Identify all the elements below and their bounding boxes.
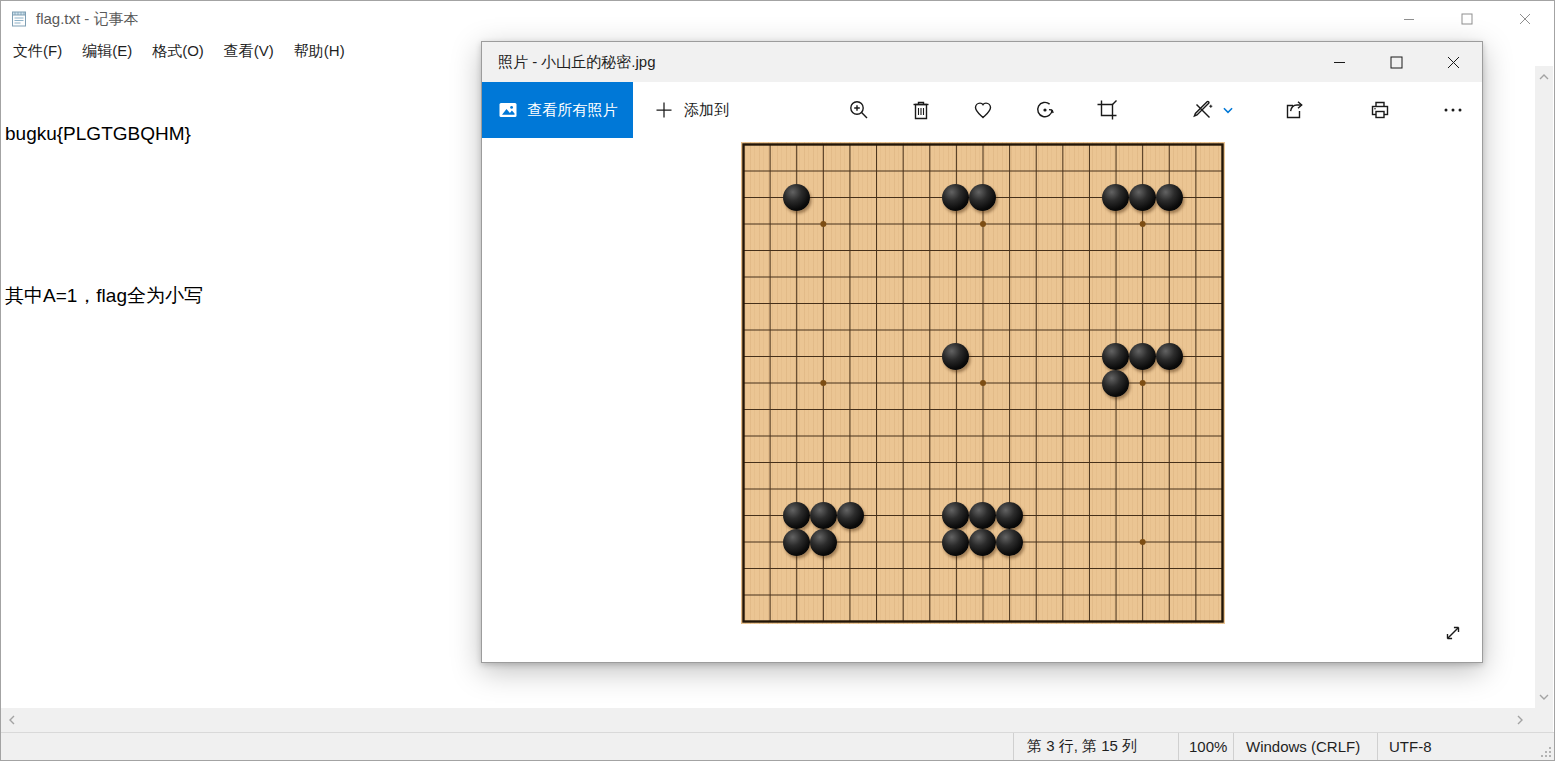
chevron-down-icon	[1221, 103, 1235, 117]
menu-item-3[interactable]: 查看(V)	[214, 37, 284, 66]
photos-window-title: 照片 - 小山丘的秘密.jpg	[482, 53, 656, 72]
plus-icon	[654, 100, 674, 120]
notepad-maximize-button[interactable]	[1438, 1, 1496, 37]
edit-icon	[1190, 98, 1214, 122]
add-to-button[interactable]: 添加到	[642, 82, 741, 138]
black-stone	[783, 529, 810, 556]
photo-viewer-canvas	[482, 138, 1482, 662]
black-stone	[1102, 370, 1129, 397]
photos-minimize-button[interactable]	[1311, 42, 1368, 82]
black-stone	[783, 184, 810, 211]
scrollbar-corner	[1535, 708, 1553, 732]
black-stone	[1156, 184, 1183, 211]
status-zoom-level: 100%	[1178, 733, 1233, 760]
more-button[interactable]	[1433, 82, 1473, 138]
status-encoding: UTF-8	[1377, 733, 1554, 760]
notepad-close-button[interactable]	[1496, 1, 1554, 37]
favorite-button[interactable]	[963, 82, 1003, 138]
edit-create-button[interactable]	[1174, 82, 1250, 138]
print-button[interactable]	[1360, 82, 1400, 138]
black-stone	[1129, 343, 1156, 370]
black-stone	[942, 529, 969, 556]
notepad-window-title: flag.txt - 记事本	[36, 10, 139, 29]
black-stone	[969, 529, 996, 556]
share-button[interactable]	[1274, 82, 1314, 138]
expand-fullscreen-button[interactable]	[1435, 615, 1471, 651]
resize-grip[interactable]	[1537, 743, 1551, 757]
menu-item-1[interactable]: 编辑(E)	[72, 37, 142, 66]
photos-app-icon	[498, 100, 518, 120]
menu-item-2[interactable]: 格式(O)	[142, 37, 214, 66]
rotate-button[interactable]	[1025, 82, 1065, 138]
scroll-left-icon[interactable]	[5, 708, 19, 732]
black-stone	[969, 502, 996, 529]
delete-button[interactable]	[901, 82, 941, 138]
black-stone	[810, 502, 837, 529]
black-stone	[1102, 184, 1129, 211]
go-board	[741, 142, 1225, 624]
black-stone	[942, 343, 969, 370]
photos-titlebar[interactable]: 照片 - 小山丘的秘密.jpg	[482, 42, 1482, 82]
black-stone	[969, 184, 996, 211]
photos-close-button[interactable]	[1425, 42, 1482, 82]
add-to-label: 添加到	[684, 101, 729, 120]
black-stone	[837, 502, 864, 529]
photos-toolbar: 查看所有照片 添加到	[482, 82, 1482, 138]
black-stone	[942, 502, 969, 529]
black-stone	[1102, 343, 1129, 370]
black-stone	[996, 502, 1023, 529]
view-all-photos-label: 查看所有照片	[528, 101, 618, 120]
scroll-down-icon[interactable]	[1535, 690, 1553, 704]
status-line-ending: Windows (CRLF)	[1233, 733, 1377, 760]
menu-item-0[interactable]: 文件(F)	[3, 37, 72, 66]
notepad-icon	[10, 10, 28, 28]
photos-window: 照片 - 小山丘的秘密.jpg 查看所有照片	[481, 41, 1483, 663]
black-stone	[942, 184, 969, 211]
scroll-up-icon[interactable]	[1535, 70, 1553, 84]
go-stones-layer	[730, 131, 1236, 635]
scroll-right-icon[interactable]	[1513, 708, 1527, 732]
black-stone	[783, 502, 810, 529]
black-stone	[1129, 184, 1156, 211]
status-cursor-position: 第 3 行, 第 15 列	[1013, 733, 1178, 760]
black-stone	[810, 529, 837, 556]
black-stone	[996, 529, 1023, 556]
view-all-photos-button[interactable]: 查看所有照片	[482, 82, 633, 138]
crop-button[interactable]	[1087, 82, 1127, 138]
notepad-statusbar: 第 3 行, 第 15 列 100% Windows (CRLF) UTF-8	[1, 732, 1554, 760]
notepad-vertical-scrollbar[interactable]	[1535, 66, 1553, 708]
notepad-titlebar: flag.txt - 记事本	[1, 1, 1554, 37]
notepad-horizontal-scrollbar[interactable]	[1, 708, 1535, 732]
zoom-in-button[interactable]	[839, 82, 879, 138]
photos-maximize-button[interactable]	[1368, 42, 1425, 82]
notepad-minimize-button[interactable]	[1380, 1, 1438, 37]
black-stone	[1156, 343, 1183, 370]
menu-item-4[interactable]: 帮助(H)	[284, 37, 355, 66]
